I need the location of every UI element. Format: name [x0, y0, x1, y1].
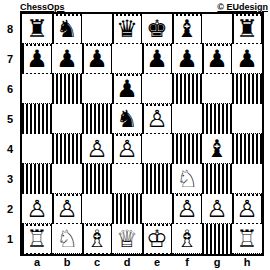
- square-c1[interactable]: ♗: [82, 224, 112, 254]
- square-b2[interactable]: ♙: [52, 194, 82, 224]
- square-b3[interactable]: [52, 164, 82, 194]
- square-a1[interactable]: ♖: [22, 224, 52, 254]
- piece-white-pawn[interactable]: ♙: [84, 135, 111, 162]
- square-b8[interactable]: ♞: [52, 14, 82, 44]
- square-e6[interactable]: [142, 74, 172, 104]
- square-e2[interactable]: [142, 194, 172, 224]
- piece-black-pawn[interactable]: ♟: [24, 46, 51, 73]
- file-label-c: c: [82, 256, 112, 270]
- square-g8[interactable]: [202, 14, 232, 44]
- piece-black-pawn[interactable]: ♟: [84, 46, 111, 73]
- piece-white-pawn[interactable]: ♙: [174, 196, 201, 223]
- square-f5[interactable]: [172, 104, 202, 134]
- piece-white-pawn[interactable]: ♙: [54, 196, 81, 223]
- square-b5[interactable]: [52, 104, 82, 134]
- file-label-e: e: [142, 256, 172, 270]
- file-labels: abcdefgh: [22, 256, 262, 270]
- piece-black-pawn[interactable]: ♟: [174, 45, 201, 72]
- square-e8[interactable]: ♚: [142, 14, 172, 44]
- square-c4[interactable]: ♙: [82, 134, 112, 164]
- square-c5[interactable]: [82, 104, 112, 134]
- square-f1[interactable]: ♗: [172, 224, 202, 254]
- piece-black-knight[interactable]: ♞: [114, 105, 141, 132]
- header: ChessOps © EUdesign: [0, 0, 270, 12]
- square-c2[interactable]: [82, 194, 112, 224]
- square-g4[interactable]: ♝: [202, 134, 232, 164]
- square-d5[interactable]: ♞: [112, 104, 142, 134]
- square-b1[interactable]: ♘: [52, 224, 82, 254]
- square-c3[interactable]: [82, 164, 112, 194]
- square-g6[interactable]: [202, 74, 232, 104]
- piece-white-queen[interactable]: ♕: [114, 225, 141, 252]
- piece-black-pawn[interactable]: ♟: [204, 46, 231, 73]
- rank-label-3: 3: [0, 164, 20, 194]
- square-a2[interactable]: ♙: [22, 194, 52, 224]
- piece-white-knight[interactable]: ♘: [54, 225, 81, 252]
- square-d6[interactable]: ♟: [112, 74, 142, 104]
- square-g3[interactable]: [202, 164, 232, 194]
- square-h8[interactable]: ♜: [232, 14, 262, 44]
- piece-white-knight[interactable]: ♘: [174, 165, 201, 192]
- copyright-label: © EUdesign: [217, 2, 268, 12]
- piece-black-bishop[interactable]: ♝: [174, 16, 201, 43]
- rank-label-4: 4: [0, 134, 20, 164]
- piece-white-pawn[interactable]: ♙: [24, 195, 51, 222]
- piece-white-bishop[interactable]: ♗: [174, 225, 201, 252]
- square-d7[interactable]: [112, 44, 142, 74]
- square-a8[interactable]: ♜: [22, 14, 52, 44]
- piece-black-queen[interactable]: ♛: [114, 16, 141, 43]
- square-f2[interactable]: ♙: [172, 194, 202, 224]
- square-c8[interactable]: [82, 14, 112, 44]
- square-b6[interactable]: [52, 74, 82, 104]
- square-h5[interactable]: [232, 104, 262, 134]
- piece-black-rook[interactable]: ♜: [24, 15, 51, 42]
- square-f6[interactable]: [172, 74, 202, 104]
- square-g7[interactable]: ♟: [202, 44, 232, 74]
- piece-black-rook[interactable]: ♜: [234, 16, 261, 43]
- square-e1[interactable]: ♔: [142, 224, 172, 254]
- square-h3[interactable]: [232, 164, 262, 194]
- square-e5[interactable]: ♙: [142, 104, 172, 134]
- piece-black-pawn[interactable]: ♟: [234, 45, 261, 72]
- file-label-b: b: [52, 256, 82, 270]
- square-h7[interactable]: ♟: [232, 44, 262, 74]
- square-g2[interactable]: ♙: [202, 194, 232, 224]
- rank-labels: 87654321: [0, 12, 20, 256]
- square-h1[interactable]: ♖: [232, 224, 262, 254]
- file-label-a: a: [22, 256, 52, 270]
- square-d8[interactable]: ♛: [112, 14, 142, 44]
- file-label-g: g: [202, 256, 232, 270]
- file-label-h: h: [232, 256, 262, 270]
- rank-label-1: 1: [0, 224, 20, 254]
- piece-white-rook[interactable]: ♖: [234, 225, 261, 252]
- square-f3[interactable]: ♘: [172, 164, 202, 194]
- piece-black-knight[interactable]: ♞: [54, 16, 81, 43]
- square-a4[interactable]: [22, 134, 52, 164]
- rank-label-5: 5: [0, 104, 20, 134]
- square-c6[interactable]: [82, 74, 112, 104]
- piece-white-king[interactable]: ♔: [144, 226, 171, 253]
- square-d3[interactable]: [112, 164, 142, 194]
- square-e4[interactable]: [142, 134, 172, 164]
- square-d2[interactable]: [112, 194, 142, 224]
- square-g1[interactable]: [202, 224, 232, 254]
- square-h4[interactable]: [232, 134, 262, 164]
- square-b4[interactable]: [52, 134, 82, 164]
- square-d1[interactable]: ♕: [112, 224, 142, 254]
- piece-black-bishop[interactable]: ♝: [204, 135, 231, 162]
- rank-label-6: 6: [0, 74, 20, 104]
- square-g5[interactable]: [202, 104, 232, 134]
- board[interactable]: ♜♞♛♚♝♜♟♟♟♟♟♟♟♟♞♙♙♙♝♘♙♙♙♙♙♖♘♗♕♔♗♖: [20, 12, 264, 256]
- file-label-d: d: [112, 256, 142, 270]
- square-a6[interactable]: [22, 74, 52, 104]
- square-f8[interactable]: ♝: [172, 14, 202, 44]
- piece-black-pawn[interactable]: ♟: [54, 45, 81, 72]
- piece-white-rook[interactable]: ♖: [24, 226, 51, 253]
- piece-white-pawn[interactable]: ♙: [144, 106, 171, 133]
- piece-black-pawn[interactable]: ♟: [114, 76, 141, 103]
- square-a3[interactable]: [22, 164, 52, 194]
- square-f7[interactable]: ♟: [172, 44, 202, 74]
- square-a5[interactable]: [22, 104, 52, 134]
- file-label-f: f: [172, 256, 202, 270]
- square-e3[interactable]: [142, 164, 172, 194]
- square-c7[interactable]: ♟: [82, 44, 112, 74]
- piece-white-pawn[interactable]: ♙: [204, 195, 231, 222]
- square-b7[interactable]: ♟: [52, 44, 82, 74]
- rank-label-8: 8: [0, 14, 20, 44]
- square-a7[interactable]: ♟: [22, 44, 52, 74]
- square-h2[interactable]: ♙: [232, 194, 262, 224]
- piece-white-pawn[interactable]: ♙: [234, 196, 261, 223]
- app-title: ChessOps: [20, 2, 65, 12]
- rank-label-7: 7: [0, 44, 20, 74]
- piece-white-pawn[interactable]: ♙: [114, 136, 141, 163]
- piece-white-bishop[interactable]: ♗: [84, 226, 111, 253]
- square-h6[interactable]: [232, 74, 262, 104]
- piece-black-king[interactable]: ♚: [144, 15, 171, 42]
- rank-label-2: 2: [0, 194, 20, 224]
- piece-black-pawn[interactable]: ♟: [144, 46, 171, 73]
- square-d4[interactable]: ♙: [112, 134, 142, 164]
- square-f4[interactable]: [172, 134, 202, 164]
- square-e7[interactable]: ♟: [142, 44, 172, 74]
